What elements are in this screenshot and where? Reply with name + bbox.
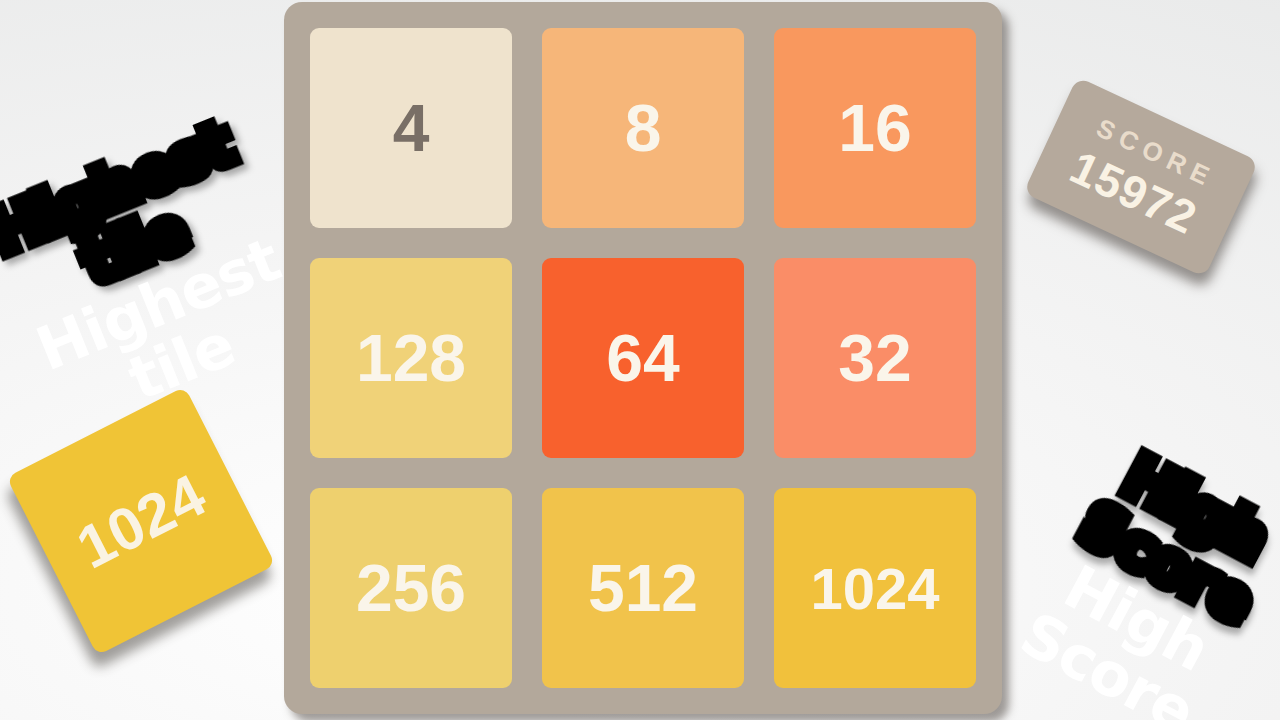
- tile-r3c1-256: 256: [310, 488, 512, 688]
- tile-r2c3-32: 32: [774, 258, 976, 458]
- tile-r2c2-64: 64: [542, 258, 744, 458]
- tile-r3c2-512: 512: [542, 488, 744, 688]
- tile-r1c2-8: 8: [542, 28, 744, 228]
- score-badge: SCORE 15972: [1023, 77, 1258, 278]
- game-board-2048[interactable]: 4 8 16 128 64 32 256 512 1024: [284, 2, 1002, 714]
- tile-r1c1-4: 4: [310, 28, 512, 228]
- tile-r1c3-16: 16: [774, 28, 976, 228]
- thumbnail-canvas: 4 8 16 128 64 32 256 512 1024 Highest ti…: [0, 0, 1280, 720]
